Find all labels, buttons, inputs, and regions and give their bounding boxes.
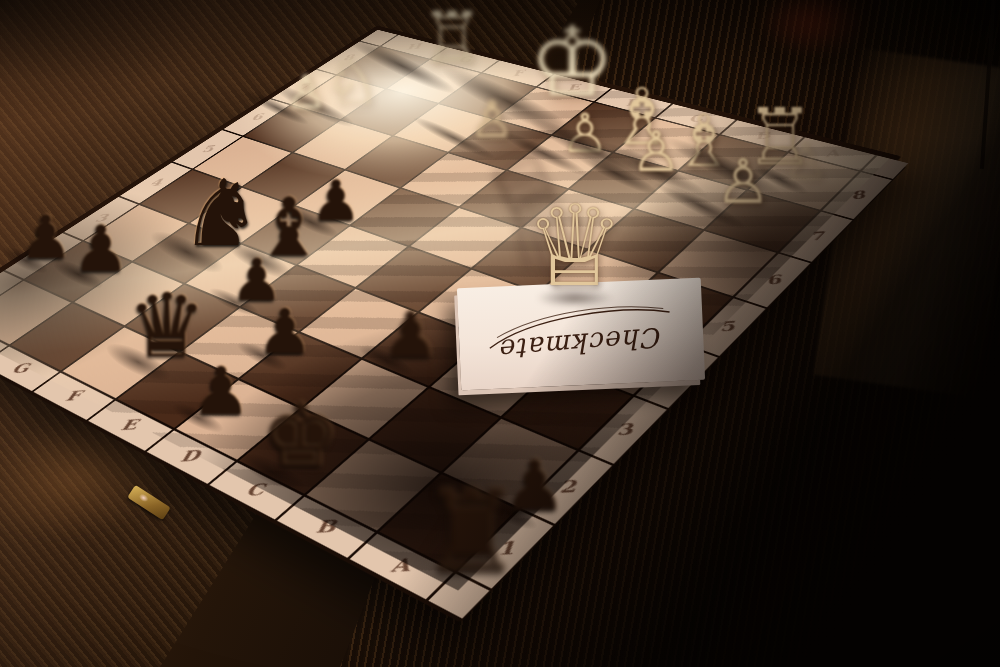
black-pawn-e2-glyph: ♟ [191,359,250,425]
photo-chess-scene: HGFEDCBA8877665544332211HGFEDCBA Checkma… [0,0,1000,667]
white-queen-d4-glyph: ♕ [525,190,625,302]
white-king-e7-glyph: ♔ [529,14,615,110]
black-pawn-e3-glyph: ♟ [257,301,313,363]
white-pawn-h7-glyph: ♙ [285,69,326,115]
black-pawn-c4-glyph: ♟ [382,303,439,367]
white-pawn-c5[interactable]: ♙ [715,151,771,213]
white-queen-d4[interactable]: ♕ [525,190,625,302]
black-king-c1[interactable]: ♚ [262,392,341,480]
white-king-e7[interactable]: ♔ [529,14,615,110]
white-knight-g7-glyph: ♘ [324,51,380,113]
black-rook-b1[interactable]: ♜ [419,475,522,590]
black-pawn-g4[interactable]: ♟ [72,217,129,281]
white-pawn-d5-glyph: ♙ [631,124,681,180]
white-knight-g7[interactable]: ♘ [324,51,380,113]
black-king-c1-glyph: ♚ [262,392,341,480]
black-pawn-g4-glyph: ♟ [72,217,129,281]
white-pawn-d5[interactable]: ♙ [631,124,681,180]
white-pawn-h7[interactable]: ♙ [285,69,326,115]
white-pawn-a6-glyph: ♙ [784,137,829,187]
white-pawn-c5-glyph: ♙ [715,151,771,213]
black-pawn-e2[interactable]: ♟ [191,359,250,425]
black-pawn-c4[interactable]: ♟ [382,303,439,367]
black-pawn-e3[interactable]: ♟ [257,301,313,363]
white-pawn-a6[interactable]: ♙ [784,137,829,187]
black-rook-b1-glyph: ♜ [419,475,522,590]
pieces-layer: ♖♔♘♙♙♙♗♗♖♙♙♙♕♟♞♝♟♟♛♟♟♟♟♚♟♜ [0,0,1000,667]
